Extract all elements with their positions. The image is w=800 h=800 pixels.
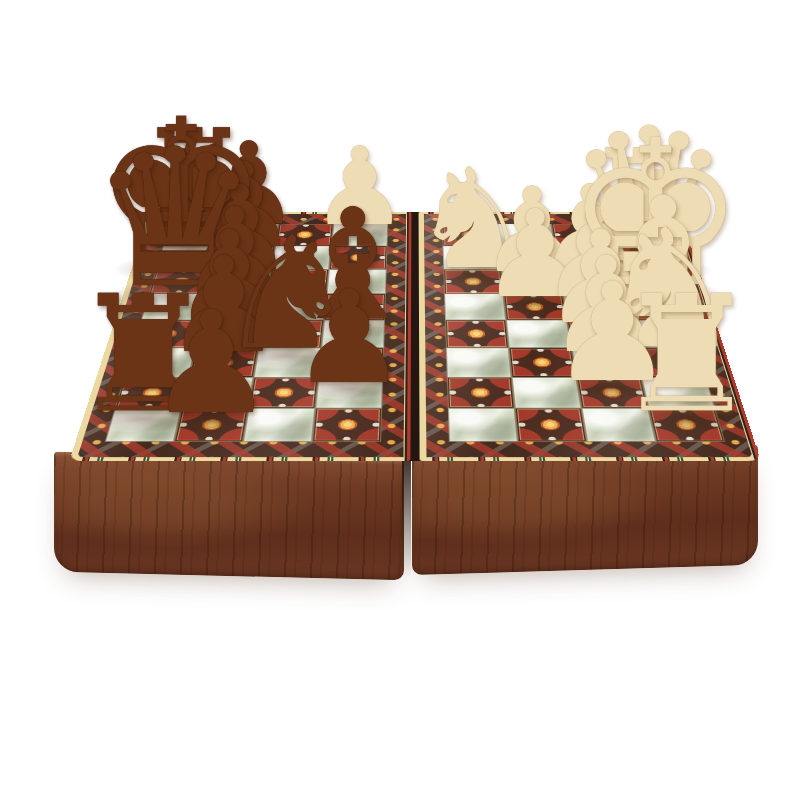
- fold-seam: [402, 455, 411, 577]
- pieces-layer: ♜♟♟♞♟♜♚♟♞♟♟♛♛♟♟♟♚♟♝♟♝♟♞♟♞♟♟♜♟♜: [0, 0, 800, 800]
- pawn-glyph: ♟: [148, 293, 275, 435]
- board-square-r4c4[interactable]: [445, 320, 509, 348]
- board-square-r7c5[interactable]: [515, 408, 587, 441]
- wooden-base-right: [412, 445, 758, 575]
- pawn-glyph: ♟: [291, 273, 407, 402]
- board-square-r6c4[interactable]: [447, 377, 515, 408]
- piece-black-pawn[interactable]: ♟: [291, 273, 407, 402]
- piece-black-pawn[interactable]: ♟: [148, 293, 275, 435]
- piece-white-rook[interactable]: ♜: [615, 274, 759, 435]
- wooden-base-left: [54, 452, 404, 581]
- board-square-r7c4[interactable]: [448, 408, 518, 441]
- chess-set-photo: ♜♟♟♞♟♜♚♟♞♟♟♛♛♟♟♟♚♟♝♟♝♟♞♟♞♟♟♜♟♜: [0, 0, 800, 800]
- board-square-r7c3[interactable]: [312, 408, 382, 441]
- rook-glyph: ♜: [615, 274, 759, 435]
- board-square-r5c4[interactable]: [446, 348, 512, 377]
